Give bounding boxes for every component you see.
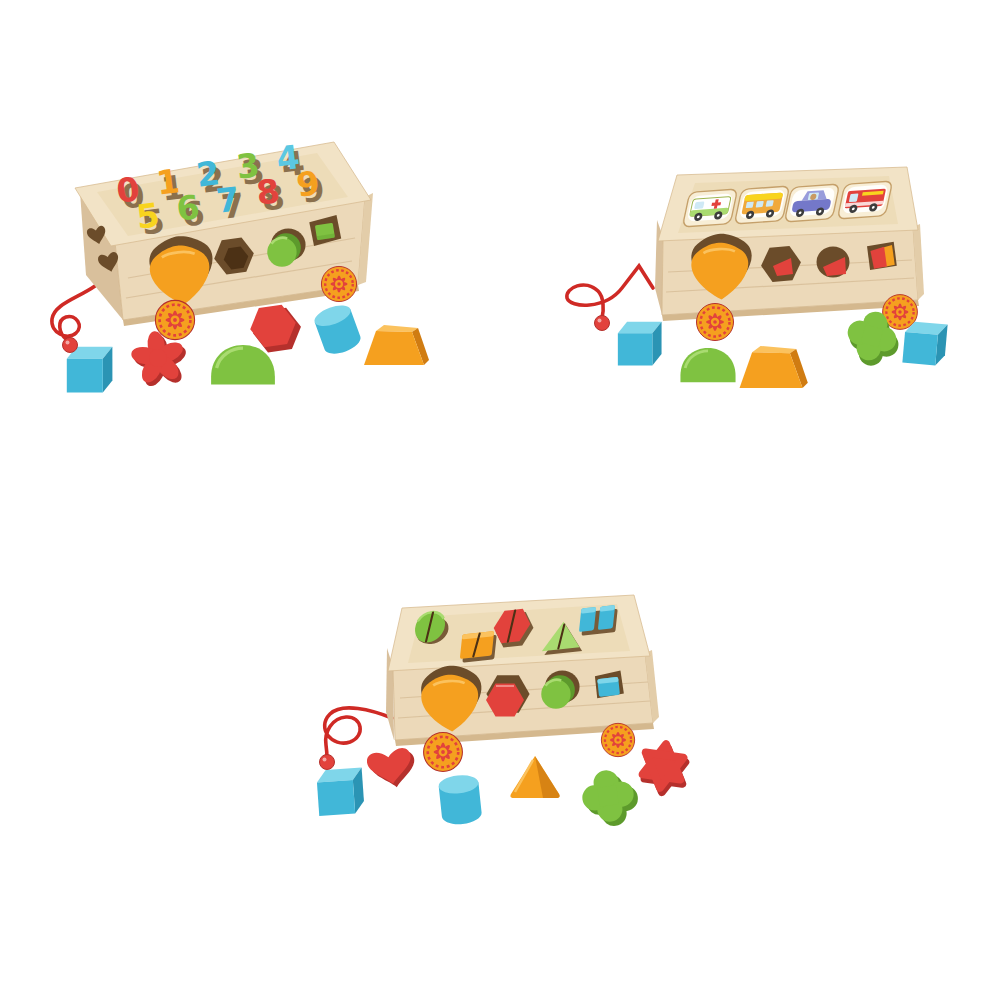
ambulance-puzzle-piece [682,189,737,227]
number-block-9: 9 [294,163,322,205]
wheel [321,266,356,301]
bus-puzzle-piece [734,186,789,224]
blue-cube-block [67,347,113,393]
view-numbers-truck: 0 1 2 3 4 5 6 7 8 9 0 1 2 3 4 5 6 7 8 9 [40,130,440,420]
string-bead [63,338,78,353]
blue-cylinder-block [438,773,483,826]
view-shapes-truck [300,590,700,840]
blue-cube-block [618,322,662,366]
green-clover-block [579,766,642,830]
circle-hole-with-red-block [817,247,850,278]
square-hole-with-blocks [867,242,897,270]
string-bead [595,316,610,331]
red-heart-block [366,746,419,791]
wheel [155,300,194,339]
pull-string [325,708,392,759]
string-bead [320,755,335,770]
orange-trapezoid-block [364,325,429,365]
red-star-block [641,742,688,795]
green-half-cylinder-block [680,348,735,382]
blue-cube-block [316,767,365,816]
number-block-7: 7 [214,179,242,221]
car-puzzle-piece [784,184,839,222]
orange-cone-block [510,756,559,798]
wheel [424,733,463,772]
number-block-6: 6 [174,187,202,229]
wheel [601,723,634,756]
green-half-cylinder-block [211,345,275,385]
loose-blocks [316,742,687,830]
blue-cylinder-block [312,301,364,358]
orange-square-halves [459,631,497,663]
pull-string [567,266,653,318]
pull-string [52,286,95,343]
wheel [697,304,734,341]
view-vehicles-truck [560,160,960,420]
number-block-5: 5 [134,195,162,237]
blue-cube-block [902,321,947,366]
number-block-8: 8 [254,171,282,213]
product-photo-canvas: 0 1 2 3 4 5 6 7 8 9 0 1 2 3 4 5 6 7 8 9 [0,0,1000,1000]
fire-truck-puzzle-piece [837,181,892,219]
orange-trapezoid-block [740,346,808,388]
red-hexagon-block [247,302,303,354]
